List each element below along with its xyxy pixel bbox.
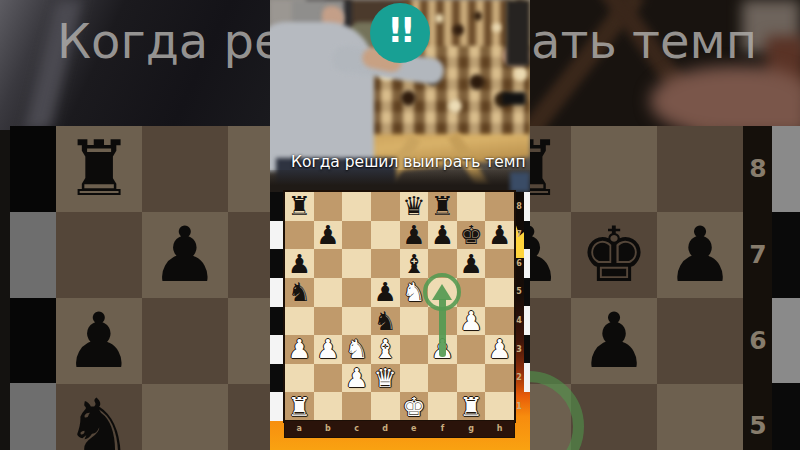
square-d1 — [371, 392, 400, 421]
white-pawn: ♟ — [316, 336, 339, 362]
square-f2 — [428, 364, 457, 393]
file-label-b: b — [314, 421, 343, 437]
black-pawn: ♟ — [488, 222, 511, 248]
checker-block — [270, 307, 285, 336]
square-d6 — [371, 249, 400, 278]
square-d3: ♝ — [371, 335, 400, 364]
move-arrow-shaft — [439, 299, 446, 357]
square-b6 — [142, 298, 228, 384]
square-a5: ♞ — [285, 278, 314, 307]
square-g5 — [571, 384, 657, 450]
black-pawn: ♟ — [459, 251, 482, 277]
black-knight: ♞ — [65, 389, 133, 450]
background-rank-label-7: 7 — [745, 240, 771, 269]
square-h2 — [485, 364, 514, 393]
background-rank-label-6: 6 — [745, 326, 771, 355]
square-f7: ♟ — [428, 221, 457, 250]
square-d2: ♛ — [371, 364, 400, 393]
square-g6: ♟ — [457, 249, 486, 278]
black-rook: ♜ — [288, 193, 311, 219]
square-a8: ♜ — [285, 192, 314, 221]
rank-label-5: 5 — [513, 287, 525, 296]
square-h4 — [485, 307, 514, 336]
square-h5 — [485, 278, 514, 307]
rank-label-1: 1 — [513, 402, 525, 411]
file-label-g: g — [457, 421, 486, 437]
square-d7 — [371, 221, 400, 250]
square-a5: ♞ — [56, 384, 142, 450]
white-rook: ♜ — [459, 394, 482, 420]
black-pawn: ♟ — [374, 279, 397, 305]
background-rank-label-5: 5 — [745, 411, 771, 440]
white-king: ♚ — [402, 394, 425, 420]
square-c6 — [342, 249, 371, 278]
square-h3: ♟ — [485, 335, 514, 364]
white-knight: ♞ — [345, 336, 368, 362]
square-a7 — [285, 221, 314, 250]
square-a6: ♟ — [285, 249, 314, 278]
phone-on-table — [502, 92, 526, 105]
square-e6: ♝ — [400, 249, 429, 278]
square-c1 — [342, 392, 371, 421]
square-a7 — [56, 212, 142, 298]
square-g8 — [571, 126, 657, 212]
checker-block — [270, 192, 285, 221]
players-photo: !! Когда решил выиграть темп — [270, 0, 530, 192]
foreground-arm — [510, 172, 530, 192]
square-b1 — [314, 392, 343, 421]
square-g7: ♚ — [571, 212, 657, 298]
black-knight: ♞ — [288, 279, 311, 305]
square-a4 — [285, 307, 314, 336]
square-c4 — [342, 307, 371, 336]
square-b5 — [142, 384, 228, 450]
double-exclamation-icon: !! — [387, 13, 412, 53]
white-bishop: ♝ — [374, 336, 397, 362]
black-king: ♚ — [459, 222, 482, 248]
square-e3 — [400, 335, 429, 364]
black-pawn: ♟ — [151, 217, 219, 293]
square-e8: ♛ — [400, 192, 429, 221]
square-b8 — [314, 192, 343, 221]
square-g6: ♟ — [571, 298, 657, 384]
square-a8: ♜ — [56, 126, 142, 212]
square-b6 — [314, 249, 343, 278]
square-d5: ♟ — [371, 278, 400, 307]
square-h6 — [485, 249, 514, 278]
background-left-checker-strip — [10, 126, 56, 450]
square-h7: ♟ — [657, 212, 743, 298]
checker-block — [270, 392, 285, 421]
background-right-checker-strip — [772, 126, 800, 450]
black-pawn: ♟ — [666, 217, 734, 293]
square-a2 — [285, 364, 314, 393]
file-label-c: c — [342, 421, 371, 437]
checker-block — [270, 249, 285, 278]
rank-label-6: 6 — [513, 259, 525, 268]
checker-block — [10, 298, 56, 384]
caption-text: Когда решил выиграть темп — [291, 153, 530, 171]
file-label-h: h — [485, 421, 514, 437]
square-h1 — [485, 392, 514, 421]
player-sweater — [270, 22, 374, 172]
background-caption-fragment-left: Когда ре — [57, 13, 284, 69]
black-king: ♚ — [580, 217, 648, 293]
square-h8 — [485, 192, 514, 221]
square-g4: ♟ — [457, 307, 486, 336]
square-h8 — [657, 126, 743, 212]
opponent-body — [506, 0, 530, 66]
square-b4 — [314, 307, 343, 336]
square-b2 — [314, 364, 343, 393]
checker-block — [270, 335, 285, 364]
left-border-checker-strip — [270, 192, 285, 421]
square-b5 — [314, 278, 343, 307]
square-g3 — [457, 335, 486, 364]
square-d4: ♞ — [371, 307, 400, 336]
white-queen: ♛ — [374, 365, 397, 391]
checker-block — [772, 298, 800, 384]
black-pawn: ♟ — [580, 303, 648, 379]
screenshot-stage: Когда ре ать темп ♜♛♜♟♟♟♚♟♟♝♟♞♟♞♞♟♟♟♞♝♟♟… — [0, 0, 800, 450]
white-knight: ♞ — [402, 279, 425, 305]
background-caption-fragment-right: ать темп — [531, 13, 757, 69]
square-e4 — [400, 307, 429, 336]
square-b3: ♟ — [314, 335, 343, 364]
black-pawn: ♟ — [431, 222, 454, 248]
square-c2: ♟ — [342, 364, 371, 393]
checker-block — [270, 221, 285, 250]
checker-block — [772, 383, 800, 450]
square-h5 — [657, 384, 743, 450]
checker-block — [270, 364, 285, 393]
square-f1 — [428, 392, 457, 421]
square-c3: ♞ — [342, 335, 371, 364]
rank-label-2: 2 — [513, 373, 525, 382]
square-a1: ♜ — [285, 392, 314, 421]
video-player[interactable]: !! Когда решил выиграть темп ♜♛♜♟♟♟♚♟♟♝♟… — [270, 0, 530, 450]
square-c5 — [342, 278, 371, 307]
square-h6 — [657, 298, 743, 384]
rank-label-8: 8 — [513, 202, 525, 211]
white-pawn: ♟ — [459, 308, 482, 334]
square-h7: ♟ — [485, 221, 514, 250]
background-rank-label-8: 8 — [745, 154, 771, 183]
black-queen: ♛ — [402, 193, 425, 219]
square-b7: ♟ — [314, 221, 343, 250]
square-g7: ♚ — [457, 221, 486, 250]
alert-badge: !! — [370, 3, 430, 63]
square-c7 — [342, 221, 371, 250]
square-e1: ♚ — [400, 392, 429, 421]
black-rook: ♜ — [431, 193, 454, 219]
checker-block — [10, 126, 56, 212]
square-g8 — [457, 192, 486, 221]
white-pawn: ♟ — [345, 365, 368, 391]
checker-block — [270, 278, 285, 307]
file-labels: abcdefgh — [285, 421, 514, 437]
square-g5 — [457, 278, 486, 307]
file-label-f: f — [428, 421, 457, 437]
checker-block — [10, 383, 56, 450]
file-label-a: a — [285, 421, 314, 437]
move-arrow-head — [432, 284, 452, 300]
square-c8 — [342, 192, 371, 221]
square-f8: ♜ — [428, 192, 457, 221]
photo-bottom-shadow — [270, 170, 530, 192]
black-pawn: ♟ — [288, 251, 311, 277]
white-pawn: ♟ — [288, 336, 311, 362]
black-pawn: ♟ — [402, 222, 425, 248]
square-e7: ♟ — [400, 221, 429, 250]
square-a3: ♟ — [285, 335, 314, 364]
file-label-d: d — [371, 421, 400, 437]
white-pawn: ♟ — [488, 336, 511, 362]
black-bishop: ♝ — [402, 251, 425, 277]
square-a6: ♟ — [56, 298, 142, 384]
black-rook: ♜ — [65, 131, 133, 207]
file-label-e: e — [400, 421, 429, 437]
checker-block — [10, 212, 56, 298]
square-g1: ♜ — [457, 392, 486, 421]
rank-label-3: 3 — [513, 345, 525, 354]
square-b8 — [142, 126, 228, 212]
white-rook: ♜ — [288, 394, 311, 420]
rank-label-7: 7 — [513, 230, 525, 239]
checker-block — [772, 126, 800, 212]
black-pawn: ♟ — [65, 303, 133, 379]
square-b7: ♟ — [142, 212, 228, 298]
black-pawn: ♟ — [316, 222, 339, 248]
square-e2 — [400, 364, 429, 393]
square-g2 — [457, 364, 486, 393]
square-d8 — [371, 192, 400, 221]
checker-block — [772, 212, 800, 298]
chess-diagram: ♜♛♜♟♟♟♚♟♟♝♟♞♟♞♞♟♟♟♞♝♟♟♟♛♜♚♜ — [285, 192, 514, 421]
black-knight: ♞ — [374, 308, 397, 334]
rank-label-4: 4 — [513, 316, 525, 325]
